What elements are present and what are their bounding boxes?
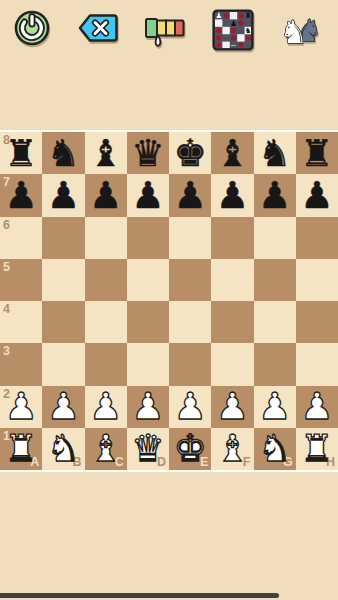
square-b3[interactable] xyxy=(42,343,84,385)
restart-button[interactable] xyxy=(13,9,51,47)
square-f7[interactable]: ♟ xyxy=(211,174,253,216)
bottom-toolbar: ? ♞ ♟ xyxy=(0,538,338,600)
square-b8[interactable]: ♞ xyxy=(42,132,84,174)
bottom-divider xyxy=(0,593,279,598)
hint-meter-button[interactable] xyxy=(144,16,186,50)
chess-board: 8♜♞♝♛♚♝♞♜7♟♟♟♟♟♟♟♟65432♟♟♟♟♟♟♟♟1A♜B♞C♝D♛… xyxy=(0,132,338,470)
square-e2[interactable]: ♟ xyxy=(169,386,211,428)
file-label: E xyxy=(200,456,208,469)
black-pawn: ♟ xyxy=(211,174,253,216)
black-king: ♚ xyxy=(169,132,211,174)
white-pawn: ♟ xyxy=(169,386,211,428)
square-b6[interactable] xyxy=(42,217,84,259)
black-pawn: ♟ xyxy=(254,174,296,216)
square-d4[interactable] xyxy=(127,301,169,343)
white-pawn: ♟ xyxy=(254,386,296,428)
square-a8[interactable]: 8♜ xyxy=(0,132,42,174)
square-f6[interactable] xyxy=(211,217,253,259)
rank-label: 2 xyxy=(3,388,10,401)
svg-text:♞: ♞ xyxy=(244,26,251,35)
square-e4[interactable] xyxy=(169,301,211,343)
square-b5[interactable] xyxy=(42,259,84,301)
white-rook: ♜ xyxy=(296,428,338,470)
two-knights-icon: ♞ ♞ xyxy=(279,11,325,49)
rank-label: 5 xyxy=(3,261,10,274)
rank-label: 3 xyxy=(3,345,10,358)
square-g7[interactable]: ♟ xyxy=(254,174,296,216)
square-c7[interactable]: ♟ xyxy=(85,174,127,216)
top-toolbar: ♟ ♜ ♟ ♞ − ♞ ♞ xyxy=(0,9,338,57)
white-pawn: ♟ xyxy=(296,386,338,428)
square-a2[interactable]: 2♟ xyxy=(0,386,42,428)
square-d5[interactable] xyxy=(127,259,169,301)
white-knight: ♞ xyxy=(42,428,84,470)
svg-text:♜: ♜ xyxy=(244,11,251,20)
white-rook: ♜ xyxy=(0,428,42,470)
rank-label: 8 xyxy=(3,134,10,147)
app-screen: ♟ ♜ ♟ ♞ − ♞ ♞ 8♜♞♝♛♚♝♞♜7♟♟♟♟♟♟♟♟65432♟♟♟… xyxy=(0,0,338,600)
white-pawn: ♟ xyxy=(127,386,169,428)
square-e1[interactable]: E♚ xyxy=(169,428,211,470)
square-b7[interactable]: ♟ xyxy=(42,174,84,216)
white-pawn: ♟ xyxy=(0,386,42,428)
black-pawn: ♟ xyxy=(85,174,127,216)
svg-text:♞: ♞ xyxy=(280,14,308,49)
square-g2[interactable]: ♟ xyxy=(254,386,296,428)
square-g3[interactable] xyxy=(254,343,296,385)
file-label: D xyxy=(157,456,166,469)
square-f2[interactable]: ♟ xyxy=(211,386,253,428)
black-pawn: ♟ xyxy=(0,174,42,216)
square-e5[interactable] xyxy=(169,259,211,301)
square-a7[interactable]: 7♟ xyxy=(0,174,42,216)
white-pawn: ♟ xyxy=(211,386,253,428)
square-b1[interactable]: B♞ xyxy=(42,428,84,470)
puzzle-board-icon: ♟ ♜ ♟ ♞ − xyxy=(212,9,254,51)
square-f1[interactable]: F♝ xyxy=(211,428,253,470)
square-h5[interactable] xyxy=(296,259,338,301)
hint-meter-icon xyxy=(144,16,186,50)
white-queen: ♛ xyxy=(127,428,169,470)
black-pawn: ♟ xyxy=(42,174,84,216)
square-d1[interactable]: D♛ xyxy=(127,428,169,470)
restart-icon xyxy=(13,9,51,47)
square-g6[interactable] xyxy=(254,217,296,259)
square-h7[interactable]: ♟ xyxy=(296,174,338,216)
white-bishop: ♝ xyxy=(85,428,127,470)
square-e6[interactable] xyxy=(169,217,211,259)
black-rook: ♜ xyxy=(0,132,42,174)
square-a5[interactable]: 5 xyxy=(0,259,42,301)
undo-button[interactable] xyxy=(77,13,119,43)
svg-text:♟: ♟ xyxy=(230,19,237,28)
board-frame: 8♜♞♝♛♚♝♞♜7♟♟♟♟♟♟♟♟65432♟♟♟♟♟♟♟♟1A♜B♞C♝D♛… xyxy=(0,130,338,472)
svg-text:♟: ♟ xyxy=(215,11,222,20)
square-a1[interactable]: 1A♜ xyxy=(0,428,42,470)
file-label: A xyxy=(30,456,39,469)
puzzles-button[interactable]: ♟ ♜ ♟ ♞ − xyxy=(212,9,254,51)
square-h1[interactable]: H♜ xyxy=(296,428,338,470)
black-rook: ♜ xyxy=(296,132,338,174)
rank-label: 7 xyxy=(3,176,10,189)
square-c5[interactable] xyxy=(85,259,127,301)
square-f3[interactable] xyxy=(211,343,253,385)
black-pawn: ♟ xyxy=(169,174,211,216)
black-queen: ♛ xyxy=(127,132,169,174)
backspace-icon xyxy=(77,13,119,43)
square-c4[interactable] xyxy=(85,301,127,343)
black-knight: ♞ xyxy=(42,132,84,174)
square-a6[interactable]: 6 xyxy=(0,217,42,259)
square-e3[interactable] xyxy=(169,343,211,385)
square-c3[interactable] xyxy=(85,343,127,385)
file-label: G xyxy=(283,456,293,469)
file-label: F xyxy=(243,456,251,469)
black-bishop: ♝ xyxy=(211,132,253,174)
square-f4[interactable] xyxy=(211,301,253,343)
square-c2[interactable]: ♟ xyxy=(85,386,127,428)
square-d6[interactable] xyxy=(127,217,169,259)
svg-text:−: − xyxy=(230,41,236,50)
square-b4[interactable] xyxy=(42,301,84,343)
square-g5[interactable] xyxy=(254,259,296,301)
black-pawn: ♟ xyxy=(296,174,338,216)
square-c6[interactable] xyxy=(85,217,127,259)
square-h2[interactable]: ♟ xyxy=(296,386,338,428)
file-label: H xyxy=(326,456,335,469)
square-d8[interactable]: ♛ xyxy=(127,132,169,174)
square-h6[interactable] xyxy=(296,217,338,259)
white-bishop: ♝ xyxy=(211,428,253,470)
white-pawn: ♟ xyxy=(85,386,127,428)
square-h3[interactable] xyxy=(296,343,338,385)
black-pawn: ♟ xyxy=(127,174,169,216)
rank-label: 6 xyxy=(3,219,10,232)
square-c8[interactable]: ♝ xyxy=(85,132,127,174)
square-e8[interactable]: ♚ xyxy=(169,132,211,174)
square-f8[interactable]: ♝ xyxy=(211,132,253,174)
square-g1[interactable]: G♞ xyxy=(254,428,296,470)
square-g4[interactable] xyxy=(254,301,296,343)
square-g8[interactable]: ♞ xyxy=(254,132,296,174)
black-bishop: ♝ xyxy=(85,132,127,174)
file-label: B xyxy=(72,456,81,469)
square-e7[interactable]: ♟ xyxy=(169,174,211,216)
square-a4[interactable]: 4 xyxy=(0,301,42,343)
square-f5[interactable] xyxy=(211,259,253,301)
file-label: C xyxy=(115,456,124,469)
square-h8[interactable]: ♜ xyxy=(296,132,338,174)
white-knight: ♞ xyxy=(254,428,296,470)
square-h4[interactable] xyxy=(296,301,338,343)
white-king: ♚ xyxy=(169,428,211,470)
rank-label: 4 xyxy=(3,303,10,316)
square-c1[interactable]: C♝ xyxy=(85,428,127,470)
square-a3[interactable]: 3 xyxy=(0,343,42,385)
black-knight: ♞ xyxy=(254,132,296,174)
square-d2[interactable]: ♟ xyxy=(127,386,169,428)
square-b2[interactable]: ♟ xyxy=(42,386,84,428)
square-d3[interactable] xyxy=(127,343,169,385)
white-pawn: ♟ xyxy=(42,386,84,428)
square-d7[interactable]: ♟ xyxy=(127,174,169,216)
play-button[interactable]: ♞ ♞ xyxy=(279,11,325,49)
rank-label: 1 xyxy=(3,430,10,443)
